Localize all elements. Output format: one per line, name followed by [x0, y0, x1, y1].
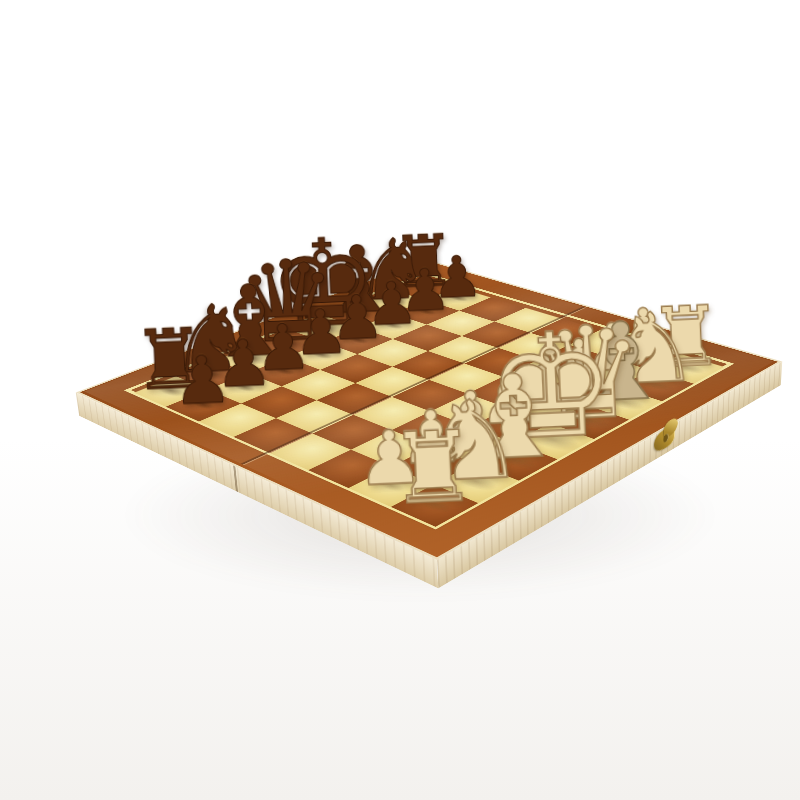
chess-piece-glyph: ♟ — [171, 346, 233, 414]
chess-piece-glyph: ♜ — [387, 417, 479, 518]
fold-seam-side — [233, 465, 238, 492]
